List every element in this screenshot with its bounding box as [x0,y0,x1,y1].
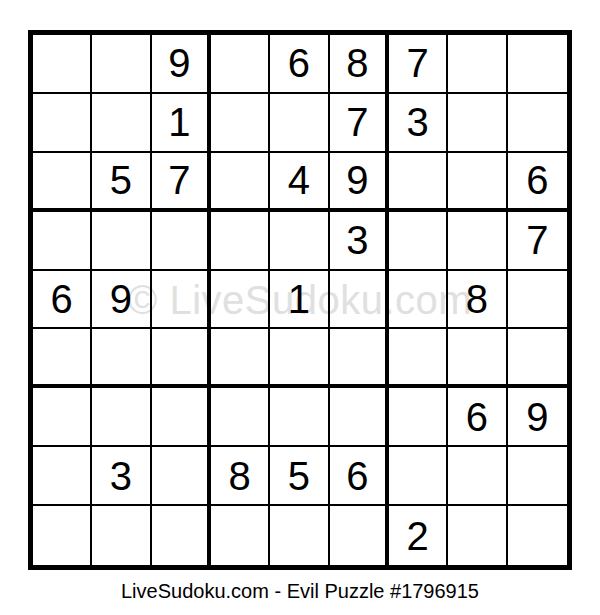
caption: LiveSudoku.com - Evil Puzzle #1796915 [0,580,600,603]
cell-r7c4[interactable] [211,388,270,447]
cell-r7c8[interactable]: 6 [448,388,507,447]
cell-r6c4[interactable] [211,329,270,388]
sudoku-grid: 9687173574963769186938562 [28,30,572,570]
cell-r5c3[interactable] [152,271,211,330]
cell-r1c8[interactable] [448,35,507,94]
cell-r1c3[interactable]: 9 [152,35,211,94]
cell-r8c7[interactable] [389,447,448,506]
cell-r5c9[interactable] [508,271,567,330]
cell-r2c2[interactable] [92,94,151,153]
cell-r8c8[interactable] [448,447,507,506]
cell-r2c5[interactable] [270,94,329,153]
cell-r2c4[interactable] [211,94,270,153]
sudoku-page: © LiveSudoku.com 96871735749637691869385… [0,0,600,615]
cell-r5c5[interactable]: 1 [270,271,329,330]
cell-r2c7[interactable]: 3 [389,94,448,153]
cell-r6c7[interactable] [389,329,448,388]
cell-r4c7[interactable] [389,212,448,271]
cell-r1c2[interactable] [92,35,151,94]
cell-r7c3[interactable] [152,388,211,447]
cell-r7c9[interactable]: 9 [508,388,567,447]
cell-r7c7[interactable] [389,388,448,447]
cell-r9c1[interactable] [33,506,92,565]
cell-r2c8[interactable] [448,94,507,153]
cell-r9c8[interactable] [448,506,507,565]
cell-r1c5[interactable]: 6 [270,35,329,94]
cell-r6c5[interactable] [270,329,329,388]
cell-r8c3[interactable] [152,447,211,506]
cell-r6c6[interactable] [330,329,389,388]
cell-r8c9[interactable] [508,447,567,506]
cell-r5c1[interactable]: 6 [33,271,92,330]
cell-r2c1[interactable] [33,94,92,153]
cell-r8c4[interactable]: 8 [211,447,270,506]
cell-r4c4[interactable] [211,212,270,271]
cell-r3c5[interactable]: 4 [270,153,329,212]
cell-r7c6[interactable] [330,388,389,447]
cell-r9c5[interactable] [270,506,329,565]
cell-r5c2[interactable]: 9 [92,271,151,330]
cell-r6c1[interactable] [33,329,92,388]
cell-r5c4[interactable] [211,271,270,330]
cell-r4c9[interactable]: 7 [508,212,567,271]
cell-r8c6[interactable]: 6 [330,447,389,506]
cell-r7c2[interactable] [92,388,151,447]
cell-r9c4[interactable] [211,506,270,565]
cell-r4c6[interactable]: 3 [330,212,389,271]
cell-r4c5[interactable] [270,212,329,271]
cell-r4c2[interactable] [92,212,151,271]
cell-r3c9[interactable]: 6 [508,153,567,212]
cell-r2c9[interactable] [508,94,567,153]
cell-r6c8[interactable] [448,329,507,388]
cell-r4c1[interactable] [33,212,92,271]
cell-r8c5[interactable]: 5 [270,447,329,506]
cell-r4c8[interactable] [448,212,507,271]
cell-r9c9[interactable] [508,506,567,565]
cell-r1c4[interactable] [211,35,270,94]
cell-r2c3[interactable]: 1 [152,94,211,153]
cell-r3c4[interactable] [211,153,270,212]
cell-r3c1[interactable] [33,153,92,212]
cell-r5c8[interactable]: 8 [448,271,507,330]
cell-r9c2[interactable] [92,506,151,565]
cell-r9c6[interactable] [330,506,389,565]
cell-r8c1[interactable] [33,447,92,506]
cell-r3c3[interactable]: 7 [152,153,211,212]
cell-r6c9[interactable] [508,329,567,388]
cell-r7c5[interactable] [270,388,329,447]
cell-r3c6[interactable]: 9 [330,153,389,212]
cell-r1c6[interactable]: 8 [330,35,389,94]
cell-r4c3[interactable] [152,212,211,271]
cell-r7c1[interactable] [33,388,92,447]
cell-r1c1[interactable] [33,35,92,94]
cell-r3c2[interactable]: 5 [92,153,151,212]
cell-r3c8[interactable] [448,153,507,212]
cell-r2c6[interactable]: 7 [330,94,389,153]
cell-r6c3[interactable] [152,329,211,388]
cell-r5c7[interactable] [389,271,448,330]
cell-r6c2[interactable] [92,329,151,388]
cell-r8c2[interactable]: 3 [92,447,151,506]
cell-r1c9[interactable] [508,35,567,94]
cell-r9c3[interactable] [152,506,211,565]
cell-r9c7[interactable]: 2 [389,506,448,565]
cell-r1c7[interactable]: 7 [389,35,448,94]
cell-r3c7[interactable] [389,153,448,212]
cell-r5c6[interactable] [330,271,389,330]
